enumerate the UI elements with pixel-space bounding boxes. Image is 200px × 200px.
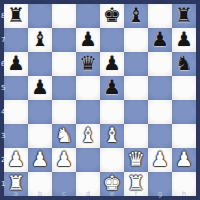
square-c2[interactable]: ♟ xyxy=(52,148,76,172)
white-bishop-d3[interactable]: ♝ xyxy=(79,123,97,147)
square-h8[interactable]: ♜ xyxy=(172,4,196,28)
square-e3[interactable]: ♝ xyxy=(100,124,124,148)
square-e5[interactable]: ♟ xyxy=(100,76,124,100)
square-b2[interactable]: ♟ xyxy=(28,148,52,172)
square-b7[interactable]: ♝ xyxy=(28,28,52,52)
square-d3[interactable]: ♝ xyxy=(76,124,100,148)
chess-app: ♜♚♝♜♝♟♟♟♟♛♟♞♟♟♞♝♝♟♟♟♛♟♟♜♚♜ 87654321 abcd… xyxy=(0,0,200,200)
white-pawn-c2[interactable]: ♟ xyxy=(55,147,73,171)
white-pawn-a2[interactable]: ♟ xyxy=(7,147,25,171)
square-e7[interactable] xyxy=(100,28,124,52)
black-pawn-e5[interactable]: ♟ xyxy=(103,75,121,99)
black-pawn-a6[interactable]: ♟ xyxy=(7,51,25,75)
rank-label-4: 4 xyxy=(0,100,6,124)
square-b3[interactable] xyxy=(28,124,52,148)
file-label-g: g xyxy=(148,190,172,199)
file-labels: abcdefgh xyxy=(4,190,196,199)
square-b6[interactable] xyxy=(28,52,52,76)
black-rook-a8[interactable]: ♜ xyxy=(7,3,25,27)
square-f3[interactable] xyxy=(124,124,148,148)
file-label-d: d xyxy=(76,190,100,199)
square-h5[interactable] xyxy=(172,76,196,100)
black-pawn-g7[interactable]: ♟ xyxy=(151,27,169,51)
square-d7[interactable]: ♟ xyxy=(76,28,100,52)
square-f2[interactable]: ♛ xyxy=(124,148,148,172)
black-pawn-b5[interactable]: ♟ xyxy=(31,75,49,99)
square-b8[interactable] xyxy=(28,4,52,28)
square-g8[interactable] xyxy=(148,4,172,28)
square-b4[interactable] xyxy=(28,100,52,124)
white-pawn-h2[interactable]: ♟ xyxy=(175,147,193,171)
square-e4[interactable] xyxy=(100,100,124,124)
file-label-b: b xyxy=(28,190,52,199)
square-g6[interactable] xyxy=(148,52,172,76)
square-h4[interactable] xyxy=(172,100,196,124)
file-label-f: f xyxy=(124,190,148,199)
rank-label-8: 8 xyxy=(0,4,6,28)
black-rook-h8[interactable]: ♜ xyxy=(175,3,193,27)
square-a6[interactable]: ♟ xyxy=(4,52,28,76)
square-a7[interactable] xyxy=(4,28,28,52)
black-bishop-b7[interactable]: ♝ xyxy=(31,27,49,51)
white-queen-f2[interactable]: ♛ xyxy=(127,147,145,171)
square-c4[interactable] xyxy=(52,100,76,124)
square-f6[interactable] xyxy=(124,52,148,76)
square-d4[interactable] xyxy=(76,100,100,124)
rank-label-5: 5 xyxy=(0,76,6,100)
square-c3[interactable]: ♞ xyxy=(52,124,76,148)
square-a5[interactable] xyxy=(4,76,28,100)
square-d8[interactable] xyxy=(76,4,100,28)
black-pawn-d7[interactable]: ♟ xyxy=(79,27,97,51)
square-h2[interactable]: ♟ xyxy=(172,148,196,172)
square-a4[interactable] xyxy=(4,100,28,124)
square-g3[interactable] xyxy=(148,124,172,148)
square-c6[interactable] xyxy=(52,52,76,76)
black-king-e8[interactable]: ♚ xyxy=(103,3,121,27)
square-a8[interactable]: ♜ xyxy=(4,4,28,28)
square-d6[interactable]: ♛ xyxy=(76,52,100,76)
file-label-c: c xyxy=(52,190,76,199)
rank-label-7: 7 xyxy=(0,28,6,52)
white-bishop-e3[interactable]: ♝ xyxy=(103,123,121,147)
square-h7[interactable]: ♟ xyxy=(172,28,196,52)
file-label-h: h xyxy=(172,190,196,199)
square-e8[interactable]: ♚ xyxy=(100,4,124,28)
square-c7[interactable] xyxy=(52,28,76,52)
file-label-a: a xyxy=(4,190,28,199)
square-f8[interactable]: ♝ xyxy=(124,4,148,28)
square-g7[interactable]: ♟ xyxy=(148,28,172,52)
file-label-e: e xyxy=(100,190,124,199)
chess-board: ♜♚♝♜♝♟♟♟♟♛♟♞♟♟♞♝♝♟♟♟♛♟♟♜♚♜ xyxy=(4,4,196,196)
black-queen-d6[interactable]: ♛ xyxy=(79,51,97,75)
square-d2[interactable] xyxy=(76,148,100,172)
square-f4[interactable] xyxy=(124,100,148,124)
square-c5[interactable] xyxy=(52,76,76,100)
square-e6[interactable]: ♟ xyxy=(100,52,124,76)
square-g5[interactable] xyxy=(148,76,172,100)
rank-label-2: 2 xyxy=(0,148,6,172)
rank-label-6: 6 xyxy=(0,52,6,76)
square-g4[interactable] xyxy=(148,100,172,124)
square-h6[interactable]: ♞ xyxy=(172,52,196,76)
square-f7[interactable] xyxy=(124,28,148,52)
square-c8[interactable] xyxy=(52,4,76,28)
square-a2[interactable]: ♟ xyxy=(4,148,28,172)
square-d5[interactable] xyxy=(76,76,100,100)
square-g2[interactable]: ♟ xyxy=(148,148,172,172)
black-bishop-f8[interactable]: ♝ xyxy=(127,3,145,27)
black-knight-h6[interactable]: ♞ xyxy=(175,51,193,75)
square-e2[interactable] xyxy=(100,148,124,172)
square-b5[interactable]: ♟ xyxy=(28,76,52,100)
rank-label-3: 3 xyxy=(0,124,6,148)
black-pawn-h7[interactable]: ♟ xyxy=(175,27,193,51)
white-pawn-g2[interactable]: ♟ xyxy=(151,147,169,171)
square-a3[interactable] xyxy=(4,124,28,148)
square-f5[interactable] xyxy=(124,76,148,100)
white-knight-c3[interactable]: ♞ xyxy=(55,123,73,147)
black-pawn-e6[interactable]: ♟ xyxy=(103,51,121,75)
white-pawn-b2[interactable]: ♟ xyxy=(31,147,49,171)
square-h3[interactable] xyxy=(172,124,196,148)
rank-labels: 87654321 xyxy=(0,4,6,196)
